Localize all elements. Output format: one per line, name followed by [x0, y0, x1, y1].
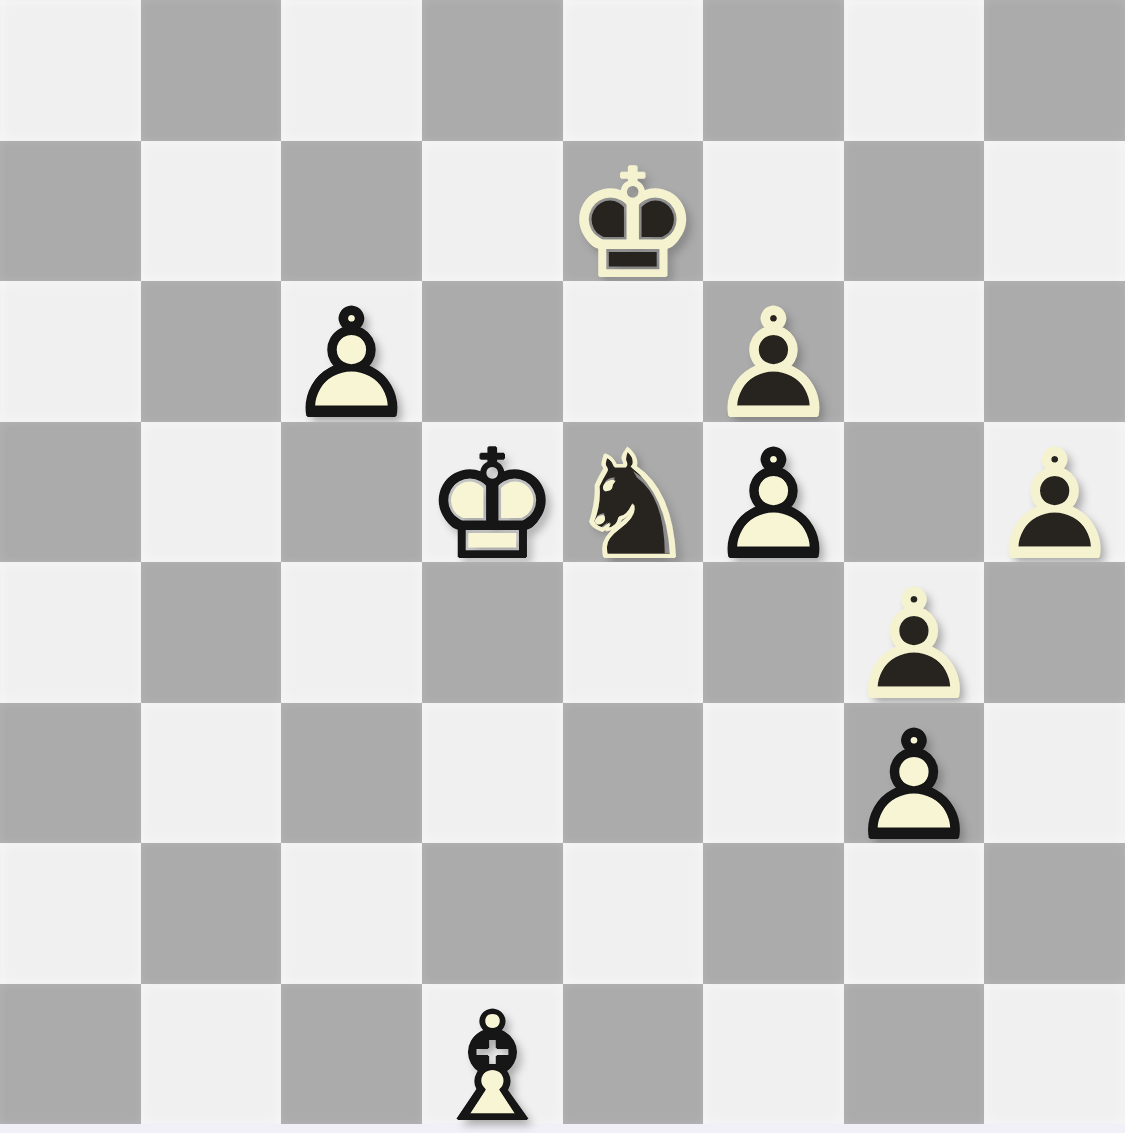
white-pawn-outline: ♙ [281, 294, 422, 435]
square-f7[interactable] [703, 141, 844, 282]
white-bishop-glyph: ♝ [422, 997, 563, 1133]
square-e1[interactable] [563, 984, 704, 1125]
black-pawn-outline: ♙ [844, 575, 985, 716]
black-king-outline: ♔ [563, 154, 704, 295]
piece-white-pawn[interactable]: ♟♙ [703, 422, 844, 563]
square-f3[interactable] [703, 703, 844, 844]
square-c2[interactable] [281, 843, 422, 984]
square-d4[interactable] [422, 562, 563, 703]
square-c7[interactable] [281, 141, 422, 282]
piece-white-pawn[interactable]: ♟♙ [281, 281, 422, 422]
square-d8[interactable] [422, 0, 563, 141]
piece-white-bishop[interactable]: ♝♗ [422, 984, 563, 1125]
square-f2[interactable] [703, 843, 844, 984]
white-pawn-outline: ♙ [703, 435, 844, 576]
black-pawn-glyph: ♟ [984, 435, 1125, 576]
piece-white-king[interactable]: ♚♔ [422, 422, 563, 563]
square-b5[interactable] [141, 422, 282, 563]
square-h3[interactable] [984, 703, 1125, 844]
white-pawn-glyph: ♟ [703, 435, 844, 576]
square-g2[interactable] [844, 843, 985, 984]
square-e2[interactable] [563, 843, 704, 984]
square-e6[interactable] [563, 281, 704, 422]
black-knight-glyph: ♞ [563, 435, 704, 576]
square-f6[interactable]: ♟♙ [703, 281, 844, 422]
square-d1[interactable]: ♝♗ [422, 984, 563, 1125]
square-c5[interactable] [281, 422, 422, 563]
square-d3[interactable] [422, 703, 563, 844]
square-d6[interactable] [422, 281, 563, 422]
square-a2[interactable] [0, 843, 141, 984]
square-e5[interactable]: ♞♘ [563, 422, 704, 563]
white-king-outline: ♔ [422, 435, 563, 576]
white-bishop-outline: ♗ [422, 997, 563, 1133]
square-d2[interactable] [422, 843, 563, 984]
square-c8[interactable] [281, 0, 422, 141]
square-a3[interactable] [0, 703, 141, 844]
square-c4[interactable] [281, 562, 422, 703]
square-a1[interactable] [0, 984, 141, 1125]
square-h6[interactable] [984, 281, 1125, 422]
square-b3[interactable] [141, 703, 282, 844]
square-g5[interactable] [844, 422, 985, 563]
piece-black-pawn[interactable]: ♟♙ [844, 562, 985, 703]
square-c1[interactable] [281, 984, 422, 1125]
black-pawn-outline: ♙ [703, 294, 844, 435]
square-g7[interactable] [844, 141, 985, 282]
square-g4[interactable]: ♟♙ [844, 562, 985, 703]
square-e3[interactable] [563, 703, 704, 844]
piece-black-pawn[interactable]: ♟♙ [703, 281, 844, 422]
square-b8[interactable] [141, 0, 282, 141]
square-f4[interactable] [703, 562, 844, 703]
square-b2[interactable] [141, 843, 282, 984]
square-a6[interactable] [0, 281, 141, 422]
square-h8[interactable] [984, 0, 1125, 141]
white-pawn-outline: ♙ [844, 716, 985, 857]
square-h4[interactable] [984, 562, 1125, 703]
square-a7[interactable] [0, 141, 141, 282]
square-f8[interactable] [703, 0, 844, 141]
square-a5[interactable] [0, 422, 141, 563]
black-pawn-outline: ♙ [984, 435, 1125, 576]
piece-black-knight[interactable]: ♞♘ [563, 422, 704, 563]
square-a4[interactable] [0, 562, 141, 703]
black-king-glyph: ♚ [563, 154, 704, 295]
square-e7[interactable]: ♚♔ [563, 141, 704, 282]
piece-white-pawn[interactable]: ♟♙ [844, 703, 985, 844]
square-b6[interactable] [141, 281, 282, 422]
chess-board: ♚♔♟♙♟♙♚♔♞♘♟♙♟♙♟♙♟♙♝♗ [0, 0, 1125, 1124]
square-f5[interactable]: ♟♙ [703, 422, 844, 563]
square-b4[interactable] [141, 562, 282, 703]
square-g8[interactable] [844, 0, 985, 141]
square-a8[interactable] [0, 0, 141, 141]
black-pawn-glyph: ♟ [844, 575, 985, 716]
square-e8[interactable] [563, 0, 704, 141]
piece-black-king[interactable]: ♚♔ [563, 141, 704, 282]
square-h2[interactable] [984, 843, 1125, 984]
square-h5[interactable]: ♟♙ [984, 422, 1125, 563]
square-d5[interactable]: ♚♔ [422, 422, 563, 563]
square-e4[interactable] [563, 562, 704, 703]
square-h1[interactable] [984, 984, 1125, 1125]
square-c6[interactable]: ♟♙ [281, 281, 422, 422]
square-b7[interactable] [141, 141, 282, 282]
square-b1[interactable] [141, 984, 282, 1125]
page-background-strip [0, 1124, 1125, 1133]
square-g3[interactable]: ♟♙ [844, 703, 985, 844]
white-pawn-glyph: ♟ [844, 716, 985, 857]
black-pawn-glyph: ♟ [703, 294, 844, 435]
black-knight-outline: ♘ [563, 435, 704, 576]
square-f1[interactable] [703, 984, 844, 1125]
white-king-glyph: ♚ [422, 435, 563, 576]
square-c3[interactable] [281, 703, 422, 844]
square-h7[interactable] [984, 141, 1125, 282]
white-pawn-glyph: ♟ [281, 294, 422, 435]
square-g1[interactable] [844, 984, 985, 1125]
square-d7[interactable] [422, 141, 563, 282]
square-g6[interactable] [844, 281, 985, 422]
piece-black-pawn[interactable]: ♟♙ [984, 422, 1125, 563]
